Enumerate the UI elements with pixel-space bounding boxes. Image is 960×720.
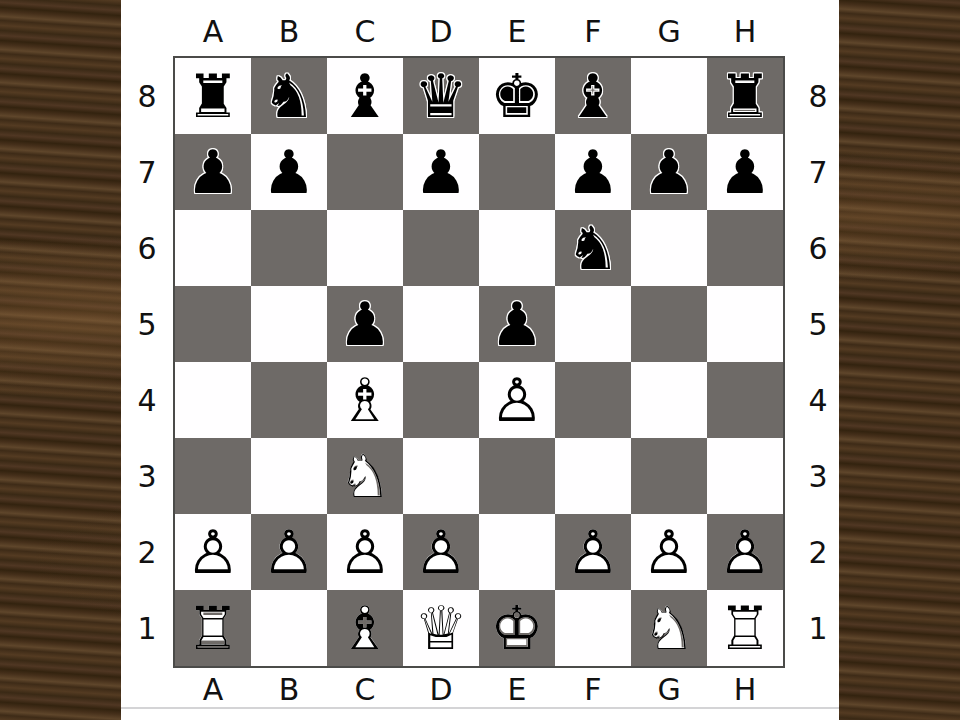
piece-outline-glyph: ♘ [631, 590, 707, 666]
piece-outline-glyph: ♙ [479, 362, 555, 438]
black-pawn[interactable]: ♟ [175, 134, 251, 210]
square-h3[interactable] [707, 438, 783, 514]
square-e1[interactable]: ♚♔ [479, 590, 555, 666]
file-label-c-bottom: C [327, 668, 403, 710]
rank-label-7-left: 7 [126, 134, 168, 210]
square-d2[interactable]: ♟♙ [403, 514, 479, 590]
white-pawn[interactable]: ♟♙ [327, 514, 403, 590]
square-h8[interactable]: ♜ [707, 58, 783, 134]
square-a1[interactable]: ♜♖ [175, 590, 251, 666]
rank-labels-left: 87654321 [126, 58, 168, 666]
square-f3[interactable] [555, 438, 631, 514]
piece-outline-glyph: ♙ [555, 514, 631, 590]
rank-label-8-left: 8 [126, 58, 168, 134]
chess-diagram-panel: ABCDEFGH 87654321 ♜♞♝♛♚♝♜♟♟♟♟♟♟♞♟♟♝♗♟♙♞♘… [121, 0, 839, 720]
square-a4[interactable] [175, 362, 251, 438]
square-f7[interactable]: ♟ [555, 134, 631, 210]
black-king[interactable]: ♚ [479, 58, 555, 134]
white-king[interactable]: ♚♔ [479, 590, 555, 666]
white-bishop[interactable]: ♝♗ [327, 590, 403, 666]
file-label-c-top: C [327, 10, 403, 52]
square-h2[interactable]: ♟♙ [707, 514, 783, 590]
square-b8[interactable]: ♞ [251, 58, 327, 134]
file-label-g-bottom: G [631, 668, 707, 710]
square-d6[interactable] [403, 210, 479, 286]
black-pawn[interactable]: ♟ [251, 134, 327, 210]
square-c6[interactable] [327, 210, 403, 286]
file-label-d-bottom: D [403, 668, 479, 710]
square-c4[interactable]: ♝♗ [327, 362, 403, 438]
piece-outline-glyph: ♙ [175, 514, 251, 590]
rank-label-2-left: 2 [126, 514, 168, 590]
square-e3[interactable] [479, 438, 555, 514]
piece-outline-glyph: ♖ [175, 590, 251, 666]
square-g5[interactable] [631, 286, 707, 362]
chess-board: ♜♞♝♛♚♝♜♟♟♟♟♟♟♞♟♟♝♗♟♙♞♘♟♙♟♙♟♙♟♙♟♙♟♙♟♙♜♖♝♗… [173, 56, 785, 668]
file-label-b-bottom: B [251, 668, 327, 710]
square-d8[interactable]: ♛ [403, 58, 479, 134]
black-pawn[interactable]: ♟ [479, 286, 555, 362]
square-g6[interactable] [631, 210, 707, 286]
piece-outline-glyph: ♔ [479, 590, 555, 666]
black-knight[interactable]: ♞ [555, 210, 631, 286]
white-pawn[interactable]: ♟♙ [403, 514, 479, 590]
piece-glyph: ♞ [251, 58, 327, 134]
square-f4[interactable] [555, 362, 631, 438]
piece-glyph: ♟ [327, 286, 403, 362]
rank-label-1-left: 1 [126, 590, 168, 666]
piece-glyph: ♟ [175, 134, 251, 210]
square-g4[interactable] [631, 362, 707, 438]
square-h1[interactable]: ♜♖ [707, 590, 783, 666]
piece-outline-glyph: ♙ [707, 514, 783, 590]
square-b3[interactable] [251, 438, 327, 514]
square-c1[interactable]: ♝♗ [327, 590, 403, 666]
piece-glyph: ♟ [631, 134, 707, 210]
rank-label-6-left: 6 [126, 210, 168, 286]
piece-outline-glyph: ♗ [327, 362, 403, 438]
white-pawn[interactable]: ♟♙ [631, 514, 707, 590]
piece-glyph: ♟ [403, 134, 479, 210]
file-label-b-top: B [251, 10, 327, 52]
square-f2[interactable]: ♟♙ [555, 514, 631, 590]
square-b6[interactable] [251, 210, 327, 286]
file-label-e-bottom: E [479, 668, 555, 710]
square-d5[interactable] [403, 286, 479, 362]
piece-glyph: ♟ [707, 134, 783, 210]
square-c7[interactable] [327, 134, 403, 210]
square-g2[interactable]: ♟♙ [631, 514, 707, 590]
white-pawn[interactable]: ♟♙ [707, 514, 783, 590]
rank-labels-right: 87654321 [797, 58, 839, 666]
square-e5[interactable]: ♟ [479, 286, 555, 362]
file-labels-top: ABCDEFGH [175, 10, 783, 52]
white-bishop[interactable]: ♝♗ [327, 362, 403, 438]
square-a5[interactable] [175, 286, 251, 362]
rank-label-3-right: 3 [797, 438, 839, 514]
square-b1[interactable] [251, 590, 327, 666]
square-f5[interactable] [555, 286, 631, 362]
white-rook[interactable]: ♜♖ [175, 590, 251, 666]
black-rook[interactable]: ♜ [707, 58, 783, 134]
square-h7[interactable]: ♟ [707, 134, 783, 210]
file-label-f-top: F [555, 10, 631, 52]
piece-outline-glyph: ♖ [707, 590, 783, 666]
piece-outline-glyph: ♗ [327, 590, 403, 666]
black-queen[interactable]: ♛ [403, 58, 479, 134]
piece-glyph: ♞ [555, 210, 631, 286]
piece-glyph: ♜ [707, 58, 783, 134]
black-bishop[interactable]: ♝ [327, 58, 403, 134]
rank-label-8-right: 8 [797, 58, 839, 134]
square-e7[interactable] [479, 134, 555, 210]
square-h5[interactable] [707, 286, 783, 362]
rank-label-4-left: 4 [126, 362, 168, 438]
piece-glyph: ♟ [479, 286, 555, 362]
square-g3[interactable] [631, 438, 707, 514]
square-e2[interactable] [479, 514, 555, 590]
wood-desk-background: ABCDEFGH 87654321 ♜♞♝♛♚♝♜♟♟♟♟♟♟♞♟♟♝♗♟♙♞♘… [0, 0, 960, 720]
square-c8[interactable]: ♝ [327, 58, 403, 134]
piece-glyph: ♝ [555, 58, 631, 134]
white-pawn[interactable]: ♟♙ [175, 514, 251, 590]
rank-label-4-right: 4 [797, 362, 839, 438]
white-knight[interactable]: ♞♘ [327, 438, 403, 514]
square-a3[interactable] [175, 438, 251, 514]
piece-outline-glyph: ♙ [251, 514, 327, 590]
piece-glyph: ♝ [327, 58, 403, 134]
square-f8[interactable]: ♝ [555, 58, 631, 134]
piece-outline-glyph: ♙ [327, 514, 403, 590]
white-pawn[interactable]: ♟♙ [251, 514, 327, 590]
square-a7[interactable]: ♟ [175, 134, 251, 210]
square-g8[interactable] [631, 58, 707, 134]
file-label-a-top: A [175, 10, 251, 52]
rank-label-6-right: 6 [797, 210, 839, 286]
square-d7[interactable]: ♟ [403, 134, 479, 210]
square-g7[interactable]: ♟ [631, 134, 707, 210]
white-pawn[interactable]: ♟♙ [555, 514, 631, 590]
white-rook[interactable]: ♜♖ [707, 590, 783, 666]
square-b4[interactable] [251, 362, 327, 438]
square-d4[interactable] [403, 362, 479, 438]
white-queen[interactable]: ♛♕ [403, 590, 479, 666]
rank-label-5-left: 5 [126, 286, 168, 362]
square-a8[interactable]: ♜ [175, 58, 251, 134]
piece-glyph: ♛ [403, 58, 479, 134]
black-pawn[interactable]: ♟ [707, 134, 783, 210]
piece-glyph: ♚ [479, 58, 555, 134]
square-a6[interactable] [175, 210, 251, 286]
square-c3[interactable]: ♞♘ [327, 438, 403, 514]
square-b5[interactable] [251, 286, 327, 362]
file-label-f-bottom: F [555, 668, 631, 710]
piece-glyph: ♟ [555, 134, 631, 210]
square-e8[interactable]: ♚ [479, 58, 555, 134]
square-c2[interactable]: ♟♙ [327, 514, 403, 590]
square-g1[interactable]: ♞♘ [631, 590, 707, 666]
square-f1[interactable] [555, 590, 631, 666]
white-knight[interactable]: ♞♘ [631, 590, 707, 666]
piece-outline-glyph: ♙ [403, 514, 479, 590]
rank-label-5-right: 5 [797, 286, 839, 362]
file-labels-bottom: ABCDEFGH [175, 668, 783, 710]
rank-label-7-right: 7 [797, 134, 839, 210]
black-knight[interactable]: ♞ [251, 58, 327, 134]
square-b7[interactable]: ♟ [251, 134, 327, 210]
rank-label-1-right: 1 [797, 590, 839, 666]
square-d1[interactable]: ♛♕ [403, 590, 479, 666]
black-pawn[interactable]: ♟ [403, 134, 479, 210]
black-bishop[interactable]: ♝ [555, 58, 631, 134]
file-label-h-top: H [707, 10, 783, 52]
file-label-g-top: G [631, 10, 707, 52]
piece-outline-glyph: ♙ [631, 514, 707, 590]
rank-label-2-right: 2 [797, 514, 839, 590]
panel-bottom-edge [121, 707, 839, 709]
square-a2[interactable]: ♟♙ [175, 514, 251, 590]
rank-label-3-left: 3 [126, 438, 168, 514]
file-label-h-bottom: H [707, 668, 783, 710]
square-c5[interactable]: ♟ [327, 286, 403, 362]
piece-glyph: ♜ [175, 58, 251, 134]
square-b2[interactable]: ♟♙ [251, 514, 327, 590]
square-d3[interactable] [403, 438, 479, 514]
white-pawn[interactable]: ♟♙ [479, 362, 555, 438]
piece-outline-glyph: ♘ [327, 438, 403, 514]
file-label-a-bottom: A [175, 668, 251, 710]
square-e6[interactable] [479, 210, 555, 286]
file-label-e-top: E [479, 10, 555, 52]
piece-outline-glyph: ♕ [403, 590, 479, 666]
square-f6[interactable]: ♞ [555, 210, 631, 286]
square-e4[interactable]: ♟♙ [479, 362, 555, 438]
square-h6[interactable] [707, 210, 783, 286]
black-pawn[interactable]: ♟ [555, 134, 631, 210]
black-pawn[interactable]: ♟ [327, 286, 403, 362]
piece-glyph: ♟ [251, 134, 327, 210]
file-label-d-top: D [403, 10, 479, 52]
square-h4[interactable] [707, 362, 783, 438]
black-rook[interactable]: ♜ [175, 58, 251, 134]
black-pawn[interactable]: ♟ [631, 134, 707, 210]
